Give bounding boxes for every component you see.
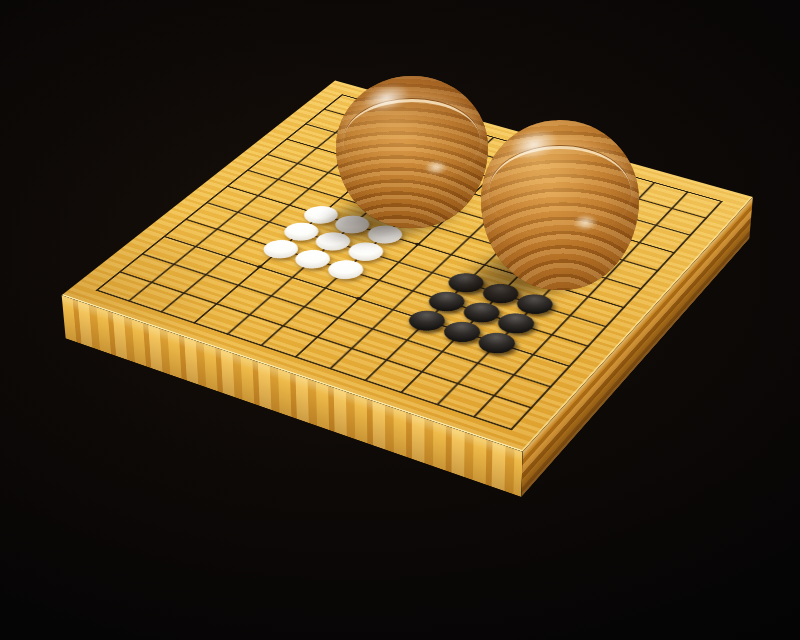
go-bowl-left bbox=[336, 76, 488, 228]
hoshi-point bbox=[414, 242, 422, 246]
go-board-photo-scene bbox=[0, 0, 800, 640]
bowl-specular-highlight bbox=[424, 160, 448, 175]
bowl-lid-rim-highlight bbox=[489, 146, 631, 237]
hoshi-point bbox=[355, 296, 363, 300]
bowl-lid-rim-highlight bbox=[344, 99, 481, 181]
hoshi-point bbox=[256, 265, 264, 269]
go-bowl-right bbox=[481, 120, 639, 290]
bowl-specular-highlight bbox=[573, 214, 598, 231]
